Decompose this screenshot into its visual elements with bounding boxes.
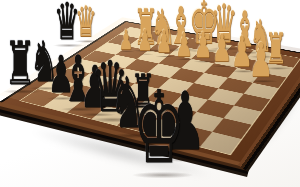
chess-piece-black-king: ♚ (133, 78, 185, 178)
chess-piece-white-pawn: ♟ (194, 28, 212, 63)
chess-piece-white-pawn: ♟ (137, 26, 152, 55)
chess-set-product-photo: ♛♛♛♝♚♜♞♝♟♟♞♟♟♟♟♜♟♟♞♜♟♝♟♜♛♞♟♚ (0, 0, 300, 187)
chess-piece-white-pawn: ♟ (212, 29, 232, 67)
chess-piece-white-pawn: ♟ (249, 36, 273, 83)
chess-piece-white-pawn: ♟ (156, 26, 172, 57)
chess-piece-black-rook: ♜ (4, 33, 35, 93)
chess-piece-white-pawn: ♟ (175, 28, 192, 61)
piece-layer: ♛♛♛♝♚♜♞♝♟♟♞♟♟♟♟♜♟♟♞♜♟♝♟♜♛♞♟♚ (0, 0, 300, 187)
